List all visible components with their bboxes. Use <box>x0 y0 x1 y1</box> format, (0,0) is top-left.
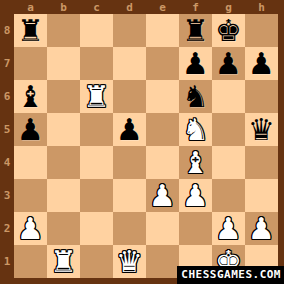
piece-black-rook: ♜ <box>14 14 47 47</box>
file-label-d: d <box>113 0 146 15</box>
square-d1[interactable]: ♛ <box>113 245 146 278</box>
piece-black-knight: ♞ <box>179 80 212 113</box>
square-b5[interactable] <box>47 113 80 146</box>
square-c3[interactable] <box>80 179 113 212</box>
square-c6[interactable]: ♜ <box>80 80 113 113</box>
square-h4[interactable] <box>245 146 278 179</box>
piece-white-pawn: ♟ <box>212 212 245 245</box>
square-c8[interactable] <box>80 14 113 47</box>
piece-black-pawn: ♟ <box>179 47 212 80</box>
square-b2[interactable] <box>47 212 80 245</box>
piece-black-pawn: ♟ <box>14 113 47 146</box>
square-b6[interactable] <box>47 80 80 113</box>
square-e4[interactable] <box>146 146 179 179</box>
square-a5[interactable]: ♟ <box>14 113 47 146</box>
square-b3[interactable] <box>47 179 80 212</box>
square-g5[interactable] <box>212 113 245 146</box>
rank-labels: 87654321 <box>0 14 14 278</box>
rank-label-8: 8 <box>0 14 14 47</box>
piece-black-pawn: ♟ <box>245 47 278 80</box>
square-d7[interactable] <box>113 47 146 80</box>
square-e2[interactable] <box>146 212 179 245</box>
square-d3[interactable] <box>113 179 146 212</box>
piece-white-rook: ♜ <box>47 245 80 278</box>
piece-white-rook: ♜ <box>80 80 113 113</box>
square-g8[interactable]: ♚ <box>212 14 245 47</box>
piece-white-bishop: ♝ <box>179 146 212 179</box>
piece-white-pawn: ♟ <box>14 212 47 245</box>
rank-label-4: 4 <box>0 146 14 179</box>
square-a7[interactable] <box>14 47 47 80</box>
square-b8[interactable] <box>47 14 80 47</box>
square-g3[interactable] <box>212 179 245 212</box>
square-h8[interactable] <box>245 14 278 47</box>
square-a2[interactable]: ♟ <box>14 212 47 245</box>
square-a1[interactable] <box>14 245 47 278</box>
square-f5[interactable]: ♞ <box>179 113 212 146</box>
file-label-b: b <box>47 0 80 15</box>
square-g4[interactable] <box>212 146 245 179</box>
square-e5[interactable] <box>146 113 179 146</box>
square-f4[interactable]: ♝ <box>179 146 212 179</box>
square-c5[interactable] <box>80 113 113 146</box>
piece-white-queen: ♛ <box>113 245 146 278</box>
square-c1[interactable] <box>80 245 113 278</box>
square-c7[interactable] <box>80 47 113 80</box>
rank-label-2: 2 <box>0 212 14 245</box>
square-h7[interactable]: ♟ <box>245 47 278 80</box>
rank-label-3: 3 <box>0 179 14 212</box>
square-c2[interactable] <box>80 212 113 245</box>
piece-black-rook: ♜ <box>179 14 212 47</box>
rank-label-1: 1 <box>0 245 14 278</box>
file-labels: abcdefgh <box>14 0 278 14</box>
square-d6[interactable] <box>113 80 146 113</box>
board-frame: abcdefgh 87654321 ♜♜♚♟♟♟♝♜♞♟♟♞♛♝♟♟♟♟♟♜♛♚… <box>0 0 284 284</box>
rank-label-5: 5 <box>0 113 14 146</box>
square-a4[interactable] <box>14 146 47 179</box>
file-label-c: c <box>80 0 113 15</box>
square-f8[interactable]: ♜ <box>179 14 212 47</box>
square-g6[interactable] <box>212 80 245 113</box>
square-f6[interactable]: ♞ <box>179 80 212 113</box>
square-h5[interactable]: ♛ <box>245 113 278 146</box>
piece-white-pawn: ♟ <box>245 212 278 245</box>
square-h6[interactable] <box>245 80 278 113</box>
piece-black-bishop: ♝ <box>14 80 47 113</box>
square-f2[interactable] <box>179 212 212 245</box>
square-f3[interactable]: ♟ <box>179 179 212 212</box>
square-d2[interactable] <box>113 212 146 245</box>
site-badge: CHESSGAMES.COM <box>177 266 284 284</box>
piece-white-pawn: ♟ <box>179 179 212 212</box>
rank-label-7: 7 <box>0 47 14 80</box>
square-b1[interactable]: ♜ <box>47 245 80 278</box>
square-h3[interactable] <box>245 179 278 212</box>
square-h2[interactable]: ♟ <box>245 212 278 245</box>
square-g7[interactable]: ♟ <box>212 47 245 80</box>
square-e1[interactable] <box>146 245 179 278</box>
square-f7[interactable]: ♟ <box>179 47 212 80</box>
piece-white-pawn: ♟ <box>146 179 179 212</box>
square-b4[interactable] <box>47 146 80 179</box>
piece-black-pawn: ♟ <box>113 113 146 146</box>
square-b7[interactable] <box>47 47 80 80</box>
piece-white-knight: ♞ <box>179 113 212 146</box>
piece-black-pawn: ♟ <box>212 47 245 80</box>
square-e7[interactable] <box>146 47 179 80</box>
square-e6[interactable] <box>146 80 179 113</box>
piece-black-king: ♚ <box>212 14 245 47</box>
square-d8[interactable] <box>113 14 146 47</box>
square-a8[interactable]: ♜ <box>14 14 47 47</box>
square-a3[interactable] <box>14 179 47 212</box>
square-d4[interactable] <box>113 146 146 179</box>
piece-black-queen: ♛ <box>245 113 278 146</box>
file-label-e: e <box>146 0 179 15</box>
rank-label-6: 6 <box>0 80 14 113</box>
square-e8[interactable] <box>146 14 179 47</box>
square-g2[interactable]: ♟ <box>212 212 245 245</box>
square-d5[interactable]: ♟ <box>113 113 146 146</box>
square-c4[interactable] <box>80 146 113 179</box>
square-a6[interactable]: ♝ <box>14 80 47 113</box>
square-e3[interactable]: ♟ <box>146 179 179 212</box>
chess-board: ♜♜♚♟♟♟♝♜♞♟♟♞♛♝♟♟♟♟♟♜♛♚ <box>14 14 278 278</box>
file-label-h: h <box>245 0 278 15</box>
